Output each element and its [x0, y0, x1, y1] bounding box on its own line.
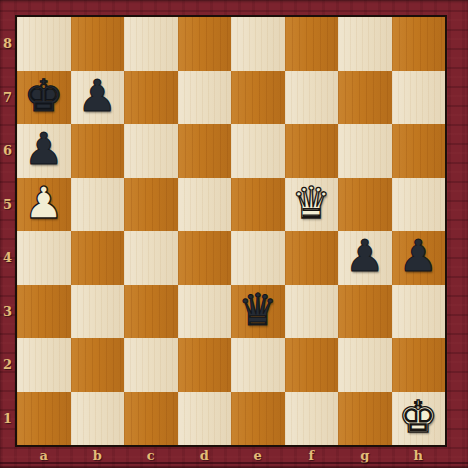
square-a6[interactable]: ♟ [17, 124, 71, 178]
square-h4[interactable]: ♟ [392, 231, 446, 285]
file-label-f: f [285, 446, 339, 464]
rank-label-1: 1 [0, 392, 15, 446]
piece-black-king[interactable]: ♚ [24, 71, 63, 123]
square-d1[interactable] [178, 392, 232, 446]
square-a4[interactable] [17, 231, 71, 285]
square-e2[interactable] [231, 338, 285, 392]
chessboard: ♚♟♟♟♛♟♟♛♚ [17, 17, 445, 445]
rank-label-4: 4 [0, 231, 15, 285]
square-h7[interactable] [392, 71, 446, 125]
rank-label-5: 5 [0, 178, 15, 232]
file-label-d: d [178, 446, 232, 464]
square-g1[interactable] [338, 392, 392, 446]
file-label-e: e [231, 446, 285, 464]
square-a3[interactable] [17, 285, 71, 339]
square-c7[interactable] [124, 71, 178, 125]
file-label-g: g [338, 446, 392, 464]
square-a5[interactable]: ♟ [17, 178, 71, 232]
square-a7[interactable]: ♚ [17, 71, 71, 125]
square-d7[interactable] [178, 71, 232, 125]
square-c1[interactable] [124, 392, 178, 446]
square-c5[interactable] [124, 178, 178, 232]
square-c4[interactable] [124, 231, 178, 285]
rank-label-8: 8 [0, 17, 15, 71]
square-h2[interactable] [392, 338, 446, 392]
file-label-b: b [71, 446, 125, 464]
rank-label-7: 7 [0, 71, 15, 125]
square-a8[interactable] [17, 17, 71, 71]
piece-black-pawn[interactable]: ♟ [78, 71, 117, 123]
square-a2[interactable] [17, 338, 71, 392]
square-f1[interactable] [285, 392, 339, 446]
square-g4[interactable]: ♟ [338, 231, 392, 285]
square-e3[interactable]: ♛ [231, 285, 285, 339]
file-label-c: c [124, 446, 178, 464]
square-g3[interactable] [338, 285, 392, 339]
square-b2[interactable] [71, 338, 125, 392]
square-f3[interactable] [285, 285, 339, 339]
rank-label-2: 2 [0, 338, 15, 392]
square-h6[interactable] [392, 124, 446, 178]
chessboard-frame: ♚♟♟♟♛♟♟♛♚ [15, 15, 447, 447]
square-e7[interactable] [231, 71, 285, 125]
square-f6[interactable] [285, 124, 339, 178]
square-b7[interactable]: ♟ [71, 71, 125, 125]
square-b3[interactable] [71, 285, 125, 339]
file-coordinates: abcdefgh [17, 446, 445, 464]
piece-black-pawn[interactable]: ♟ [24, 124, 63, 176]
square-g2[interactable] [338, 338, 392, 392]
piece-black-pawn[interactable]: ♟ [399, 231, 438, 283]
piece-black-pawn[interactable]: ♟ [345, 231, 384, 283]
square-c6[interactable] [124, 124, 178, 178]
piece-white-pawn[interactable]: ♟ [24, 178, 63, 230]
square-g8[interactable] [338, 17, 392, 71]
square-e1[interactable] [231, 392, 285, 446]
square-b8[interactable] [71, 17, 125, 71]
square-f2[interactable] [285, 338, 339, 392]
square-e5[interactable] [231, 178, 285, 232]
square-b1[interactable] [71, 392, 125, 446]
square-a1[interactable] [17, 392, 71, 446]
square-b4[interactable] [71, 231, 125, 285]
square-e6[interactable] [231, 124, 285, 178]
square-b6[interactable] [71, 124, 125, 178]
square-g6[interactable] [338, 124, 392, 178]
square-d8[interactable] [178, 17, 232, 71]
piece-white-king[interactable]: ♚ [399, 392, 438, 444]
chess-diagram: 87654321 abcdefgh ♚♟♟♟♛♟♟♛♚ [0, 0, 468, 468]
square-g7[interactable] [338, 71, 392, 125]
rank-label-3: 3 [0, 285, 15, 339]
square-d5[interactable] [178, 178, 232, 232]
square-h5[interactable] [392, 178, 446, 232]
piece-white-queen[interactable]: ♛ [292, 178, 331, 230]
square-f5[interactable]: ♛ [285, 178, 339, 232]
square-g5[interactable] [338, 178, 392, 232]
file-label-a: a [17, 446, 71, 464]
piece-black-queen[interactable]: ♛ [238, 285, 277, 337]
square-c8[interactable] [124, 17, 178, 71]
square-d2[interactable] [178, 338, 232, 392]
square-f8[interactable] [285, 17, 339, 71]
file-label-h: h [392, 446, 446, 464]
square-c3[interactable] [124, 285, 178, 339]
square-b5[interactable] [71, 178, 125, 232]
square-h1[interactable]: ♚ [392, 392, 446, 446]
square-d4[interactable] [178, 231, 232, 285]
square-c2[interactable] [124, 338, 178, 392]
square-d6[interactable] [178, 124, 232, 178]
square-e4[interactable] [231, 231, 285, 285]
square-e8[interactable] [231, 17, 285, 71]
square-f7[interactable] [285, 71, 339, 125]
square-h8[interactable] [392, 17, 446, 71]
square-f4[interactable] [285, 231, 339, 285]
square-h3[interactable] [392, 285, 446, 339]
square-d3[interactable] [178, 285, 232, 339]
rank-label-6: 6 [0, 124, 15, 178]
rank-coordinates: 87654321 [0, 17, 15, 445]
